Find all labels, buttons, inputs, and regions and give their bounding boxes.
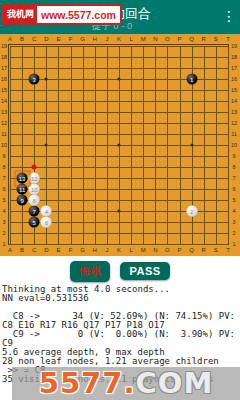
stone-C5: 8 <box>29 195 40 206</box>
col-label-bottom: C <box>32 247 36 253</box>
row-label-left: 6 <box>2 186 5 192</box>
col-label-top: T <box>226 36 230 42</box>
col-label-bottom: N <box>153 247 157 253</box>
row-label-right: 8 <box>232 164 235 170</box>
row-label-right: 9 <box>232 153 235 159</box>
col-label-top: S <box>214 36 218 42</box>
row-label-right: 4 <box>232 208 235 214</box>
col-label-top: M <box>141 36 146 42</box>
stone-C7: 12 <box>29 173 40 184</box>
go-board[interactable]: AA1919BB1818CC1717DD1616EE1515FF1414GG13… <box>0 34 240 256</box>
row-label-right: 19 <box>231 43 237 49</box>
row-label-right: 2 <box>232 230 235 236</box>
col-label-top: K <box>117 36 121 42</box>
row-label-right: 6 <box>232 186 235 192</box>
col-label-top: G <box>80 36 85 42</box>
stone-B7: 13 <box>17 173 28 184</box>
row-label-right: 11 <box>231 131 237 137</box>
kebab-menu-icon[interactable]: ⋮ <box>222 7 236 25</box>
row-label-left: 14 <box>1 98 7 104</box>
row-label-right: 10 <box>231 142 237 148</box>
row-label-left: 15 <box>1 87 7 93</box>
stone-C4: 7 <box>29 206 40 217</box>
row-label-right: 13 <box>231 109 237 115</box>
row-label-left: 11 <box>1 131 7 137</box>
col-label-bottom: S <box>214 247 218 253</box>
grid-line <box>155 46 156 244</box>
watermark-top: 我机网 www.5577.com <box>2 4 122 25</box>
row-label-right: 18 <box>231 54 237 60</box>
col-label-bottom: A <box>8 247 12 253</box>
col-label-top: O <box>165 36 170 42</box>
col-label-bottom: K <box>117 247 121 253</box>
grid-line <box>180 46 181 244</box>
star-point <box>45 78 48 81</box>
row-label-right: 16 <box>231 76 237 82</box>
row-label-left: 19 <box>1 43 7 49</box>
grid-line <box>167 46 168 244</box>
star-point <box>118 144 121 147</box>
suggested-move-marker <box>32 165 37 170</box>
col-label-bottom: B <box>20 247 24 253</box>
row-label-right: 12 <box>231 120 237 126</box>
stone-Q16: 1 <box>186 74 197 85</box>
grid-line <box>10 156 228 157</box>
col-label-bottom: R <box>202 247 206 253</box>
stone-C16: 3 <box>29 74 40 85</box>
col-label-top: B <box>20 36 24 42</box>
col-label-top: N <box>153 36 157 42</box>
col-label-top: A <box>8 36 12 42</box>
undo-button[interactable]: 悔棋 <box>70 261 110 282</box>
grid-line <box>10 189 228 190</box>
row-label-right: 3 <box>232 219 235 225</box>
row-label-left: 8 <box>2 164 5 170</box>
col-label-bottom: D <box>44 247 48 253</box>
watermark-site-name: 我机网 <box>4 6 37 23</box>
col-label-top: J <box>105 36 108 42</box>
row-label-right: 17 <box>231 65 237 71</box>
watermark-bottom-5577: 5577. <box>39 367 136 400</box>
watermark-site-url: www.5577.com <box>37 6 120 23</box>
stone-C3: 5 <box>29 217 40 228</box>
grid-line <box>131 46 132 244</box>
star-point <box>45 144 48 147</box>
grid-line <box>10 233 228 234</box>
col-label-top: D <box>44 36 48 42</box>
col-label-top: C <box>32 36 36 42</box>
top-bar: 的回合 提子 0 - 0 ⋮ 我机网 www.5577.com <box>0 0 240 34</box>
star-point <box>190 144 193 147</box>
row-label-left: 13 <box>1 109 7 115</box>
star-point <box>118 210 121 213</box>
row-label-right: 15 <box>231 87 237 93</box>
action-button-row: 悔棋 PASS <box>0 258 240 284</box>
stone-Q4: 2 <box>186 206 197 217</box>
col-label-bottom: L <box>129 247 132 253</box>
col-label-bottom: Q <box>189 247 194 253</box>
col-label-bottom: G <box>80 247 85 253</box>
grid-line <box>10 200 228 201</box>
row-label-left: 3 <box>2 219 5 225</box>
grid-line <box>10 178 228 179</box>
watermark-bottom-com: COM <box>135 367 213 400</box>
col-label-top: Q <box>189 36 194 42</box>
grid-line <box>204 46 205 244</box>
row-label-left: 9 <box>2 153 5 159</box>
row-label-left: 1 <box>2 241 5 247</box>
stone-D4: 4 <box>41 206 52 217</box>
star-point <box>118 78 121 81</box>
col-label-bottom: H <box>93 247 97 253</box>
row-label-left: 5 <box>2 197 5 203</box>
row-label-right: 5 <box>232 197 235 203</box>
col-label-bottom: F <box>69 247 73 253</box>
row-label-left: 18 <box>1 54 7 60</box>
row-label-right: 14 <box>231 98 237 104</box>
stone-B5: 9 <box>17 195 28 206</box>
grid-line <box>143 46 144 244</box>
grid-line <box>10 244 228 245</box>
col-label-bottom: E <box>56 247 60 253</box>
stone-D3: 6 <box>41 217 52 228</box>
row-label-left: 7 <box>2 175 5 181</box>
row-label-right: 1 <box>232 241 235 247</box>
row-label-left: 17 <box>1 65 7 71</box>
pass-button[interactable]: PASS <box>120 262 169 280</box>
col-label-top: L <box>129 36 132 42</box>
row-label-left: 16 <box>1 76 7 82</box>
grid-line <box>228 46 229 244</box>
col-label-bottom: J <box>105 247 108 253</box>
col-label-top: E <box>56 36 60 42</box>
app-screen: 的回合 提子 0 - 0 ⋮ 我机网 www.5577.com AA1919BB… <box>0 0 240 400</box>
col-label-bottom: P <box>178 247 182 253</box>
grid-line <box>216 46 217 244</box>
grid-line <box>10 167 228 168</box>
watermark-bottom: 5577.COM <box>12 367 240 400</box>
col-label-top: F <box>69 36 73 42</box>
row-label-left: 10 <box>1 142 7 148</box>
col-label-top: H <box>93 36 97 42</box>
row-label-left: 12 <box>1 120 7 126</box>
row-label-left: 4 <box>2 208 5 214</box>
stone-C6: 10 <box>29 184 40 195</box>
col-label-bottom: O <box>165 247 170 253</box>
col-label-top: P <box>178 36 182 42</box>
row-label-left: 2 <box>2 230 5 236</box>
col-label-bottom: T <box>226 247 230 253</box>
row-label-right: 7 <box>232 175 235 181</box>
col-label-bottom: M <box>141 247 146 253</box>
col-label-top: R <box>202 36 206 42</box>
